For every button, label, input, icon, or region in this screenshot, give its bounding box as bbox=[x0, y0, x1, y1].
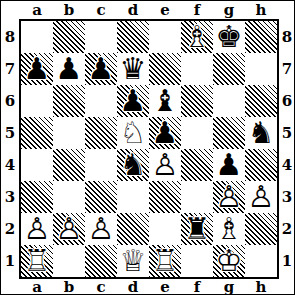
square-g3[interactable]: ♟♙ bbox=[213, 181, 245, 213]
square-g8[interactable]: ♚♚ bbox=[213, 21, 245, 53]
square-d5[interactable]: ♞♘ bbox=[117, 117, 149, 149]
rank-label-right-8: 8 bbox=[279, 21, 295, 53]
piece-black-queen[interactable]: ♛♛ bbox=[117, 53, 149, 85]
piece-white-queen[interactable]: ♛♕ bbox=[117, 245, 149, 277]
square-d1[interactable]: ♛♕ bbox=[117, 245, 149, 277]
square-a6[interactable] bbox=[21, 85, 53, 117]
square-d8[interactable] bbox=[117, 21, 149, 53]
square-h3[interactable]: ♟♙ bbox=[245, 181, 277, 213]
square-e2[interactable] bbox=[149, 213, 181, 245]
file-label-top-g: g bbox=[213, 1, 245, 19]
square-e8[interactable] bbox=[149, 21, 181, 53]
piece-black-knight[interactable]: ♞♞ bbox=[117, 149, 149, 181]
file-label-bottom-c: c bbox=[85, 279, 117, 295]
piece-glyph: ♝ bbox=[149, 85, 181, 117]
square-g1[interactable]: ♚♔ bbox=[213, 245, 245, 277]
piece-glyph: ♙ bbox=[245, 181, 277, 213]
piece-white-pawn[interactable]: ♟♙ bbox=[85, 213, 117, 245]
rank-label-left-2: 2 bbox=[1, 213, 19, 245]
square-a2[interactable]: ♟♙ bbox=[21, 213, 53, 245]
piece-glyph: ♗ bbox=[181, 21, 213, 53]
file-label-top-a: a bbox=[21, 1, 53, 19]
square-f1[interactable] bbox=[181, 245, 213, 277]
rank-label-right-1: 1 bbox=[279, 245, 295, 277]
square-c6[interactable] bbox=[85, 85, 117, 117]
file-label-bottom-d: d bbox=[117, 279, 149, 295]
square-e1[interactable]: ♜♖ bbox=[149, 245, 181, 277]
square-b5[interactable] bbox=[53, 117, 85, 149]
rank-label-left-3: 3 bbox=[1, 181, 19, 213]
square-a7[interactable]: ♟♟ bbox=[21, 53, 53, 85]
square-d6[interactable]: ♟♟ bbox=[117, 85, 149, 117]
piece-white-pawn[interactable]: ♟♙ bbox=[53, 213, 85, 245]
piece-glyph: ♟ bbox=[21, 53, 53, 85]
chess-board: ♝♗♚♚♟♟♟♟♟♟♛♛♟♟♝♝♞♘♟♟♞♞♞♞♟♙♟♟♟♙♟♙♟♙♟♙♟♙♜♜… bbox=[19, 19, 279, 279]
rank-label-left-1: 1 bbox=[1, 245, 19, 277]
piece-white-bishop[interactable]: ♝♗ bbox=[213, 213, 245, 245]
square-h7[interactable] bbox=[245, 53, 277, 85]
square-f2[interactable]: ♜♜ bbox=[181, 213, 213, 245]
piece-glyph: ♟ bbox=[117, 85, 149, 117]
square-f5[interactable] bbox=[181, 117, 213, 149]
file-labels-bottom: abcdefgh bbox=[21, 279, 277, 295]
piece-white-pawn[interactable]: ♟♙ bbox=[245, 181, 277, 213]
piece-black-pawn[interactable]: ♟♟ bbox=[53, 53, 85, 85]
file-label-bottom-h: h bbox=[245, 279, 277, 295]
square-e4[interactable]: ♟♙ bbox=[149, 149, 181, 181]
rank-label-left-7: 7 bbox=[1, 53, 19, 85]
square-a8[interactable] bbox=[21, 21, 53, 53]
piece-glyph: ♟ bbox=[53, 53, 85, 85]
square-f8[interactable]: ♝♗ bbox=[181, 21, 213, 53]
square-b7[interactable]: ♟♟ bbox=[53, 53, 85, 85]
piece-glyph: ♙ bbox=[53, 213, 85, 245]
square-h2[interactable] bbox=[245, 213, 277, 245]
square-h8[interactable] bbox=[245, 21, 277, 53]
rank-label-left-8: 8 bbox=[1, 21, 19, 53]
piece-glyph: ♚ bbox=[213, 21, 245, 53]
piece-glyph: ♕ bbox=[117, 245, 149, 277]
file-label-top-f: f bbox=[181, 1, 213, 19]
file-label-bottom-e: e bbox=[149, 279, 181, 295]
square-d2[interactable] bbox=[117, 213, 149, 245]
piece-black-king[interactable]: ♚♚ bbox=[213, 21, 245, 53]
square-h5[interactable]: ♞♞ bbox=[245, 117, 277, 149]
piece-black-pawn[interactable]: ♟♟ bbox=[117, 85, 149, 117]
square-c3[interactable] bbox=[85, 181, 117, 213]
square-b6[interactable] bbox=[53, 85, 85, 117]
square-h1[interactable] bbox=[245, 245, 277, 277]
piece-black-knight[interactable]: ♞♞ bbox=[245, 117, 277, 149]
chess-diagram: abcdefgh 87654321 ♝♗♚♚♟♟♟♟♟♟♛♛♟♟♝♝♞♘♟♟♞♞… bbox=[0, 0, 295, 295]
piece-glyph: ♜ bbox=[181, 213, 213, 245]
piece-glyph: ♟ bbox=[213, 149, 245, 181]
piece-black-pawn[interactable]: ♟♟ bbox=[85, 53, 117, 85]
square-c2[interactable]: ♟♙ bbox=[85, 213, 117, 245]
piece-white-bishop[interactable]: ♝♗ bbox=[181, 21, 213, 53]
piece-glyph: ♖ bbox=[149, 245, 181, 277]
square-h4[interactable] bbox=[245, 149, 277, 181]
piece-white-pawn[interactable]: ♟♙ bbox=[21, 213, 53, 245]
square-a5[interactable] bbox=[21, 117, 53, 149]
square-f3[interactable] bbox=[181, 181, 213, 213]
file-label-bottom-b: b bbox=[53, 279, 85, 295]
piece-black-bishop[interactable]: ♝♝ bbox=[149, 85, 181, 117]
piece-white-rook[interactable]: ♜♖ bbox=[21, 245, 53, 277]
file-label-top-e: e bbox=[149, 1, 181, 19]
square-a1[interactable]: ♜♖ bbox=[21, 245, 53, 277]
square-c7[interactable]: ♟♟ bbox=[85, 53, 117, 85]
piece-black-pawn[interactable]: ♟♟ bbox=[21, 53, 53, 85]
square-g2[interactable]: ♝♗ bbox=[213, 213, 245, 245]
file-label-bottom-f: f bbox=[181, 279, 213, 295]
square-d4[interactable]: ♞♞ bbox=[117, 149, 149, 181]
square-b4[interactable] bbox=[53, 149, 85, 181]
square-d7[interactable]: ♛♛ bbox=[117, 53, 149, 85]
square-e7[interactable] bbox=[149, 53, 181, 85]
piece-black-rook[interactable]: ♜♜ bbox=[181, 213, 213, 245]
square-f6[interactable] bbox=[181, 85, 213, 117]
piece-glyph: ♘ bbox=[117, 117, 149, 149]
piece-black-pawn[interactable]: ♟♟ bbox=[149, 117, 181, 149]
piece-white-king[interactable]: ♚♔ bbox=[213, 245, 245, 277]
piece-white-pawn[interactable]: ♟♙ bbox=[149, 149, 181, 181]
square-f7[interactable] bbox=[181, 53, 213, 85]
rank-label-left-4: 4 bbox=[1, 149, 19, 181]
piece-white-pawn[interactable]: ♟♙ bbox=[213, 181, 245, 213]
file-label-bottom-a: a bbox=[21, 279, 53, 295]
square-a3[interactable] bbox=[21, 181, 53, 213]
file-label-top-c: c bbox=[85, 1, 117, 19]
rank-label-left-6: 6 bbox=[1, 85, 19, 117]
rank-labels-left: 87654321 bbox=[1, 21, 19, 277]
rank-label-right-3: 3 bbox=[279, 181, 295, 213]
square-g4[interactable]: ♟♟ bbox=[213, 149, 245, 181]
square-c4[interactable] bbox=[85, 149, 117, 181]
piece-glyph: ♙ bbox=[21, 213, 53, 245]
piece-glyph: ♟ bbox=[85, 53, 117, 85]
file-label-bottom-g: g bbox=[213, 279, 245, 295]
piece-white-rook[interactable]: ♜♖ bbox=[149, 245, 181, 277]
piece-glyph: ♙ bbox=[149, 149, 181, 181]
piece-black-pawn[interactable]: ♟♟ bbox=[213, 149, 245, 181]
rank-labels-right: 87654321 bbox=[279, 21, 295, 277]
square-e3[interactable] bbox=[149, 181, 181, 213]
square-e5[interactable]: ♟♟ bbox=[149, 117, 181, 149]
square-e6[interactable]: ♝♝ bbox=[149, 85, 181, 117]
file-labels-top: abcdefgh bbox=[21, 1, 277, 19]
square-b2[interactable]: ♟♙ bbox=[53, 213, 85, 245]
file-label-top-b: b bbox=[53, 1, 85, 19]
file-label-top-d: d bbox=[117, 1, 149, 19]
square-b3[interactable] bbox=[53, 181, 85, 213]
square-h6[interactable] bbox=[245, 85, 277, 117]
file-label-top-h: h bbox=[245, 1, 277, 19]
piece-glyph: ♙ bbox=[85, 213, 117, 245]
piece-glyph: ♙ bbox=[213, 181, 245, 213]
square-a4[interactable] bbox=[21, 149, 53, 181]
square-g7[interactable] bbox=[213, 53, 245, 85]
rank-label-right-2: 2 bbox=[279, 213, 295, 245]
piece-glyph: ♟ bbox=[149, 117, 181, 149]
square-b8[interactable] bbox=[53, 21, 85, 53]
piece-glyph: ♛ bbox=[117, 53, 149, 85]
rank-label-right-4: 4 bbox=[279, 149, 295, 181]
square-c1[interactable] bbox=[85, 245, 117, 277]
rank-label-right-7: 7 bbox=[279, 53, 295, 85]
rank-label-left-5: 5 bbox=[1, 117, 19, 149]
piece-glyph: ♞ bbox=[117, 149, 149, 181]
piece-glyph: ♖ bbox=[21, 245, 53, 277]
square-c8[interactable] bbox=[85, 21, 117, 53]
piece-white-knight[interactable]: ♞♘ bbox=[117, 117, 149, 149]
square-c5[interactable] bbox=[85, 117, 117, 149]
square-b1[interactable] bbox=[53, 245, 85, 277]
rank-label-right-6: 6 bbox=[279, 85, 295, 117]
square-g6[interactable] bbox=[213, 85, 245, 117]
square-d3[interactable] bbox=[117, 181, 149, 213]
piece-glyph: ♞ bbox=[245, 117, 277, 149]
rank-label-right-5: 5 bbox=[279, 117, 295, 149]
piece-glyph: ♔ bbox=[213, 245, 245, 277]
square-f4[interactable] bbox=[181, 149, 213, 181]
square-g5[interactable] bbox=[213, 117, 245, 149]
piece-glyph: ♗ bbox=[213, 213, 245, 245]
